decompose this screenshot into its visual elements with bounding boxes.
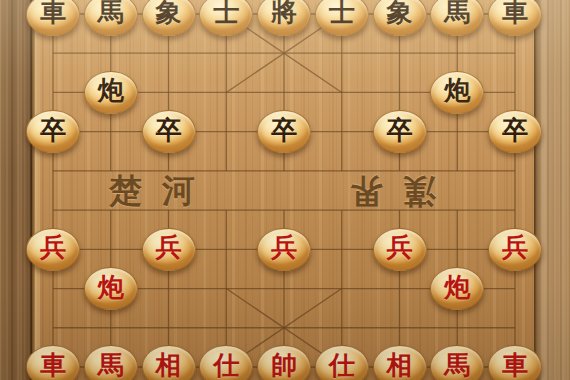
piece-glyph: 帥 (271, 353, 297, 379)
piece-glyph: 炮 (98, 275, 124, 301)
piece-glyph: 車 (502, 353, 528, 379)
piece-glyph: 將 (271, 0, 297, 26)
piece-black-soldier[interactable]: 卒 (257, 110, 311, 153)
piece-glyph: 兵 (271, 235, 297, 261)
piece-glyph: 卒 (271, 118, 297, 144)
piece-glyph: 兵 (156, 235, 182, 261)
piece-red-soldier[interactable]: 兵 (488, 228, 542, 271)
piece-red-chariot[interactable]: 車 (488, 345, 542, 380)
piece-red-elephant[interactable]: 相 (142, 345, 196, 380)
piece-glyph: 兵 (40, 235, 66, 261)
piece-glyph: 象 (156, 0, 182, 26)
piece-glyph: 兵 (387, 235, 413, 261)
xiangqi-app: 楚河 漢界 車馬象士將士象馬車炮炮卒卒卒卒卒兵兵兵兵兵炮炮車馬相仕帥仕相馬車 (0, 0, 570, 380)
piece-red-general[interactable]: 帥 (257, 345, 311, 380)
piece-glyph: 馬 (98, 353, 124, 379)
piece-red-advisor[interactable]: 仕 (199, 345, 253, 380)
piece-red-elephant[interactable]: 相 (373, 345, 427, 380)
piece-glyph: 車 (502, 0, 528, 26)
piece-red-advisor[interactable]: 仕 (315, 345, 369, 380)
piece-glyph: 卒 (387, 118, 413, 144)
piece-glyph: 炮 (444, 78, 470, 104)
piece-glyph: 士 (213, 0, 239, 26)
piece-glyph: 炮 (98, 78, 124, 104)
xiangqi-board[interactable]: 車馬象士將士象馬車炮炮卒卒卒卒卒兵兵兵兵兵炮炮車馬相仕帥仕相馬車 (24, 0, 544, 380)
piece-red-horse[interactable]: 馬 (84, 345, 138, 380)
piece-glyph: 馬 (444, 0, 470, 26)
piece-black-general[interactable]: 將 (257, 0, 311, 36)
piece-black-chariot[interactable]: 車 (26, 0, 80, 36)
piece-glyph: 馬 (98, 0, 124, 26)
piece-glyph: 車 (40, 0, 66, 26)
piece-black-soldier[interactable]: 卒 (373, 110, 427, 153)
piece-black-soldier[interactable]: 卒 (488, 110, 542, 153)
piece-glyph: 士 (329, 0, 355, 26)
piece-red-soldier[interactable]: 兵 (257, 228, 311, 271)
piece-black-advisor[interactable]: 士 (315, 0, 369, 36)
piece-glyph: 炮 (444, 275, 470, 301)
piece-red-cannon[interactable]: 炮 (84, 267, 138, 310)
piece-black-horse[interactable]: 馬 (430, 0, 484, 36)
piece-glyph: 車 (40, 353, 66, 379)
piece-red-soldier[interactable]: 兵 (26, 228, 80, 271)
piece-glyph: 仕 (329, 353, 355, 379)
piece-glyph: 馬 (444, 353, 470, 379)
piece-glyph: 相 (387, 353, 413, 379)
piece-glyph: 兵 (502, 235, 528, 261)
piece-glyph: 象 (387, 0, 413, 26)
piece-glyph: 卒 (40, 118, 66, 144)
piece-red-horse[interactable]: 馬 (430, 345, 484, 380)
piece-black-elephant[interactable]: 象 (373, 0, 427, 36)
piece-glyph: 卒 (156, 118, 182, 144)
piece-black-horse[interactable]: 馬 (84, 0, 138, 36)
piece-red-soldier[interactable]: 兵 (142, 228, 196, 271)
piece-red-chariot[interactable]: 車 (26, 345, 80, 380)
piece-black-advisor[interactable]: 士 (199, 0, 253, 36)
piece-black-elephant[interactable]: 象 (142, 0, 196, 36)
piece-black-soldier[interactable]: 卒 (26, 110, 80, 153)
piece-glyph: 卒 (502, 118, 528, 144)
piece-red-soldier[interactable]: 兵 (373, 228, 427, 271)
piece-glyph: 仕 (213, 353, 239, 379)
piece-black-cannon[interactable]: 炮 (430, 71, 484, 114)
piece-black-soldier[interactable]: 卒 (142, 110, 196, 153)
piece-glyph: 相 (156, 353, 182, 379)
piece-black-cannon[interactable]: 炮 (84, 71, 138, 114)
piece-black-chariot[interactable]: 車 (488, 0, 542, 36)
piece-red-cannon[interactable]: 炮 (430, 267, 484, 310)
